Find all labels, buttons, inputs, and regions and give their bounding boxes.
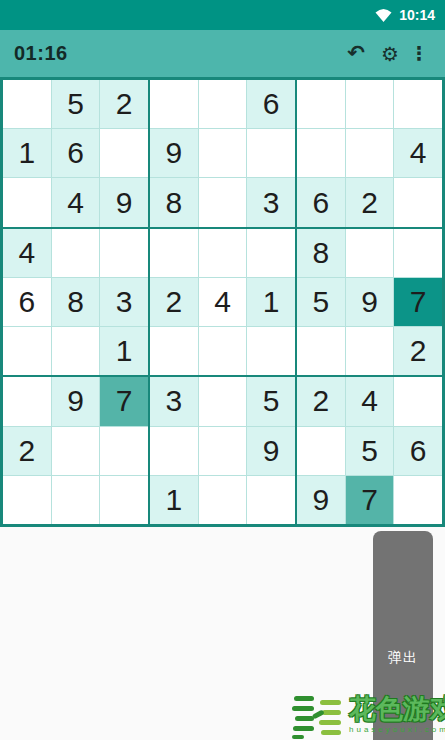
sudoku-cell-r5c9[interactable]: 7 <box>394 278 442 326</box>
sudoku-cell-r1c7[interactable] <box>297 80 345 128</box>
sudoku-cell-r4c3[interactable] <box>100 229 148 277</box>
sudoku-cell-r8c7[interactable] <box>297 427 345 475</box>
sudoku-cell-r1c9[interactable] <box>394 80 442 128</box>
sudoku-cell-r3c8[interactable]: 2 <box>346 178 394 226</box>
sudoku-cell-r7c4[interactable]: 3 <box>150 377 198 425</box>
sudoku-cell-r2c9[interactable]: 4 <box>394 129 442 177</box>
sudoku-cell-r1c8[interactable] <box>346 80 394 128</box>
sudoku-cell-r2c8[interactable] <box>346 129 394 177</box>
watermark-logo-icon <box>292 694 344 740</box>
sudoku-cell-r3c1[interactable] <box>3 178 51 226</box>
sudoku-cell-r5c4[interactable]: 2 <box>150 278 198 326</box>
sudoku-cell-r9c9[interactable] <box>394 476 442 524</box>
sudoku-cell-r1c1[interactable] <box>3 80 51 128</box>
sudoku-cell-r1c6[interactable]: 6 <box>247 80 295 128</box>
sudoku-cell-r2c1[interactable]: 1 <box>3 129 51 177</box>
sudoku-box: 241 <box>150 229 295 376</box>
popout-panel-label: 弹出 <box>373 649 433 667</box>
sudoku-cell-r6c4[interactable] <box>150 327 198 375</box>
sudoku-cell-r7c5[interactable] <box>199 377 247 425</box>
sudoku-cell-r4c4[interactable] <box>150 229 198 277</box>
sudoku-cell-r5c8[interactable]: 9 <box>346 278 394 326</box>
settings-icon[interactable]: ⚙ <box>373 44 407 64</box>
sudoku-cell-r5c6[interactable]: 1 <box>247 278 295 326</box>
sudoku-cell-r3c7[interactable]: 6 <box>297 178 345 226</box>
sudoku-cell-r6c2[interactable] <box>52 327 100 375</box>
overflow-menu-icon[interactable]: ⋮ <box>407 44 431 63</box>
undo-icon[interactable]: ↶ <box>339 43 373 64</box>
sudoku-cell-r1c2[interactable]: 5 <box>52 80 100 128</box>
wifi-icon <box>375 8 392 22</box>
sudoku-cell-r6c6[interactable] <box>247 327 295 375</box>
sudoku-cell-r6c1[interactable] <box>3 327 51 375</box>
sudoku-cell-r7c8[interactable]: 4 <box>346 377 394 425</box>
sudoku-cell-r5c3[interactable]: 3 <box>100 278 148 326</box>
sudoku-cell-r6c5[interactable] <box>199 327 247 375</box>
sudoku-box: 85972 <box>297 229 442 376</box>
sudoku-cell-r9c6[interactable] <box>247 476 295 524</box>
sudoku-cell-r4c2[interactable] <box>52 229 100 277</box>
sudoku-cell-r9c2[interactable] <box>52 476 100 524</box>
sudoku-cell-r6c3[interactable]: 1 <box>100 327 148 375</box>
sudoku-cell-r8c2[interactable] <box>52 427 100 475</box>
sudoku-cell-r4c7[interactable]: 8 <box>297 229 345 277</box>
sudoku-cell-r2c4[interactable]: 9 <box>150 129 198 177</box>
sudoku-cell-r5c7[interactable]: 5 <box>297 278 345 326</box>
sudoku-cell-r2c3[interactable] <box>100 129 148 177</box>
sudoku-cell-r2c7[interactable] <box>297 129 345 177</box>
sudoku-cell-r7c3[interactable]: 7 <box>100 377 148 425</box>
sudoku-board: 521649698346246831241859729723591245697 <box>0 77 445 527</box>
sudoku-cell-r9c1[interactable] <box>3 476 51 524</box>
sudoku-cell-r4c1[interactable]: 4 <box>3 229 51 277</box>
sudoku-cell-r8c9[interactable]: 6 <box>394 427 442 475</box>
sudoku-box: 972 <box>3 377 148 524</box>
app-bar: 01:16 ↶ ⚙ ⋮ <box>0 30 445 77</box>
sudoku-cell-r6c8[interactable] <box>346 327 394 375</box>
sudoku-cell-r7c7[interactable]: 2 <box>297 377 345 425</box>
sudoku-cell-r3c2[interactable]: 4 <box>52 178 100 226</box>
popout-panel[interactable]: 弹出 <box>373 531 433 740</box>
clock-time: 10:14 <box>399 7 435 23</box>
status-bar: 10:14 <box>0 0 445 30</box>
sudoku-cell-r3c9[interactable] <box>394 178 442 226</box>
sudoku-cell-r4c5[interactable] <box>199 229 247 277</box>
sudoku-box: 46831 <box>3 229 148 376</box>
sudoku-cell-r8c5[interactable] <box>199 427 247 475</box>
sudoku-cell-r9c4[interactable]: 1 <box>150 476 198 524</box>
sudoku-cell-r6c7[interactable] <box>297 327 345 375</box>
sudoku-box: 6983 <box>150 80 295 227</box>
game-timer: 01:16 <box>14 42 68 65</box>
sudoku-box: 521649 <box>3 80 148 227</box>
sudoku-cell-r9c3[interactable] <box>100 476 148 524</box>
sudoku-box: 3591 <box>150 377 295 524</box>
sudoku-cell-r5c1[interactable]: 6 <box>3 278 51 326</box>
sudoku-box: 462 <box>297 80 442 227</box>
sudoku-cell-r3c3[interactable]: 9 <box>100 178 148 226</box>
sudoku-cell-r2c2[interactable]: 6 <box>52 129 100 177</box>
sudoku-cell-r9c7[interactable]: 9 <box>297 476 345 524</box>
sudoku-cell-r7c9[interactable] <box>394 377 442 425</box>
sudoku-cell-r8c1[interactable]: 2 <box>3 427 51 475</box>
sudoku-cell-r4c6[interactable] <box>247 229 295 277</box>
sudoku-cell-r9c5[interactable] <box>199 476 247 524</box>
sudoku-cell-r8c3[interactable] <box>100 427 148 475</box>
sudoku-cell-r7c6[interactable]: 5 <box>247 377 295 425</box>
sudoku-cell-r9c8[interactable]: 7 <box>346 476 394 524</box>
sudoku-cell-r1c5[interactable] <box>199 80 247 128</box>
sudoku-cell-r3c6[interactable]: 3 <box>247 178 295 226</box>
sudoku-cell-r6c9[interactable]: 2 <box>394 327 442 375</box>
sudoku-cell-r1c4[interactable] <box>150 80 198 128</box>
sudoku-cell-r3c5[interactable] <box>199 178 247 226</box>
sudoku-cell-r2c6[interactable] <box>247 129 295 177</box>
sudoku-cell-r2c5[interactable] <box>199 129 247 177</box>
sudoku-cell-r1c3[interactable]: 2 <box>100 80 148 128</box>
sudoku-cell-r5c2[interactable]: 8 <box>52 278 100 326</box>
sudoku-cell-r8c4[interactable] <box>150 427 198 475</box>
sudoku-cell-r7c1[interactable] <box>3 377 51 425</box>
sudoku-cell-r4c9[interactable] <box>394 229 442 277</box>
sudoku-cell-r8c8[interactable]: 5 <box>346 427 394 475</box>
sudoku-box: 245697 <box>297 377 442 524</box>
sudoku-cell-r5c5[interactable]: 4 <box>199 278 247 326</box>
app-screen: 10:14 01:16 ↶ ⚙ ⋮ 5216496983462468312418… <box>0 0 445 740</box>
sudoku-cell-r7c2[interactable]: 9 <box>52 377 100 425</box>
sudoku-cell-r8c6[interactable]: 9 <box>247 427 295 475</box>
sudoku-cell-r4c8[interactable] <box>346 229 394 277</box>
sudoku-cell-r3c4[interactable]: 8 <box>150 178 198 226</box>
